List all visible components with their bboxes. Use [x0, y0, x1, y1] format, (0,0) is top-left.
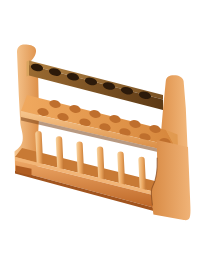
right-post-foot [151, 140, 190, 220]
right-foot-face [151, 140, 190, 220]
product-photo-canvas [0, 0, 200, 270]
test-tube-rack-illustration [0, 0, 200, 270]
top-rail-end-cap [27, 61, 30, 77]
